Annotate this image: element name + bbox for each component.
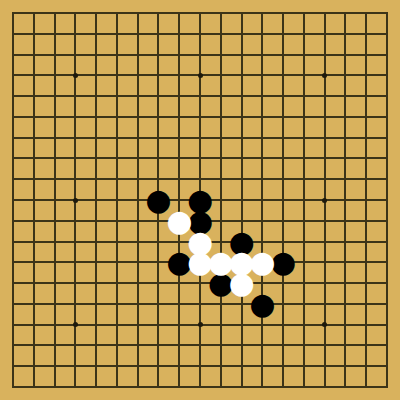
grid-line-vertical [303, 12, 305, 388]
grid-line-horizontal [12, 282, 388, 284]
star-point [198, 198, 203, 203]
grid-line-horizontal [12, 220, 388, 222]
screenshot-root: ●●●●●●●●●●●●●●● [0, 0, 400, 400]
grid-line-horizontal [12, 303, 388, 305]
star-point [322, 322, 327, 327]
grid-line-vertical [365, 12, 367, 388]
grid-line-vertical [282, 12, 284, 388]
grid-line-horizontal [12, 261, 388, 263]
grid-line-vertical [261, 12, 263, 388]
grid-line-vertical [344, 12, 346, 388]
grid-line-vertical [386, 12, 388, 388]
grid-line-horizontal [12, 386, 388, 388]
grid-line-horizontal [12, 344, 388, 346]
grid-line-vertical [220, 12, 222, 388]
star-point [322, 73, 327, 78]
star-point [198, 73, 203, 78]
go-board[interactable]: ●●●●●●●●●●●●●●● [0, 0, 400, 400]
star-point [73, 322, 78, 327]
grid-line-vertical [241, 12, 243, 388]
star-point [198, 322, 203, 327]
star-point [73, 73, 78, 78]
grid-line-horizontal [12, 241, 388, 243]
star-point [322, 198, 327, 203]
star-point [73, 198, 78, 203]
grid-line-horizontal [12, 365, 388, 367]
